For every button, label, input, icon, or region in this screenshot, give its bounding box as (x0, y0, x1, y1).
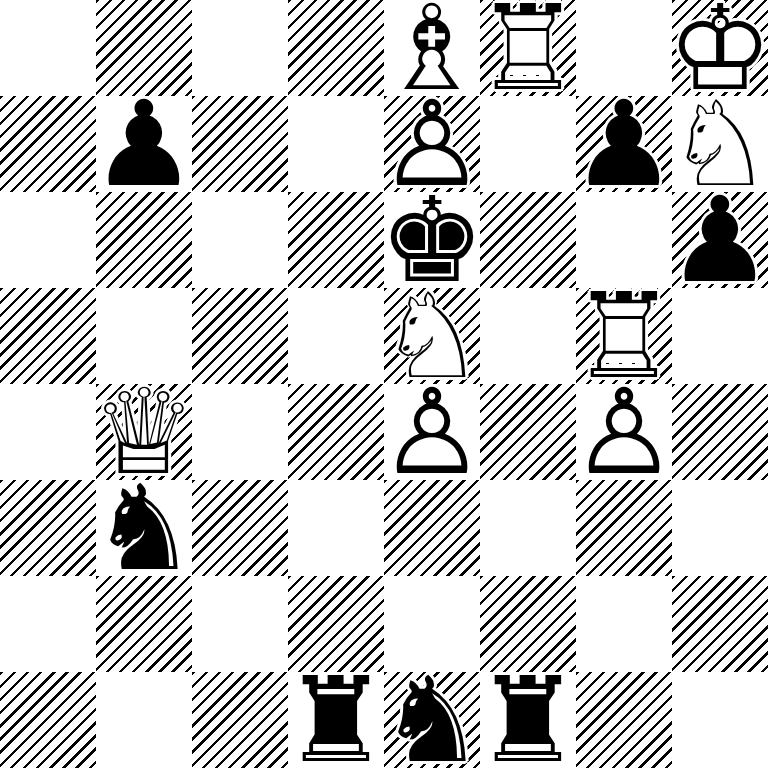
square-d3[interactable] (288, 480, 384, 576)
square-g1[interactable] (576, 672, 672, 768)
square-h6[interactable]: ♟ (672, 192, 768, 288)
piece-black-knight[interactable]: ♞ (384, 672, 480, 768)
white-pawn-icon: ♙ (576, 384, 672, 480)
piece-white-pawn[interactable]: ♟♙ (576, 384, 672, 480)
square-b5[interactable] (96, 288, 192, 384)
piece-white-rook[interactable]: ♜♖ (480, 0, 576, 96)
square-g8[interactable] (576, 0, 672, 96)
square-g2[interactable] (576, 576, 672, 672)
white-rook-icon: ♖ (576, 288, 672, 384)
square-e3[interactable] (384, 480, 480, 576)
white-bishop-icon: ♗ (384, 0, 480, 96)
square-c5[interactable] (192, 288, 288, 384)
square-d5[interactable] (288, 288, 384, 384)
white-rook-icon: ♖ (480, 0, 576, 96)
square-h8[interactable]: ♚♔ (672, 0, 768, 96)
square-a7[interactable] (0, 96, 96, 192)
square-f7[interactable] (480, 96, 576, 192)
white-knight-icon: ♘ (672, 96, 768, 192)
square-g3[interactable] (576, 480, 672, 576)
square-e4[interactable]: ♟♙ (384, 384, 480, 480)
piece-black-pawn[interactable]: ♟ (96, 96, 192, 192)
piece-black-knight[interactable]: ♞ (96, 480, 192, 576)
piece-black-pawn[interactable]: ♟ (672, 192, 768, 288)
square-b7[interactable]: ♟ (96, 96, 192, 192)
square-h3[interactable] (672, 480, 768, 576)
square-e1[interactable]: ♞ (384, 672, 480, 768)
square-e7[interactable]: ♟♙ (384, 96, 480, 192)
square-a1[interactable] (0, 672, 96, 768)
square-a3[interactable] (0, 480, 96, 576)
square-c1[interactable] (192, 672, 288, 768)
square-c6[interactable] (192, 192, 288, 288)
square-a6[interactable] (0, 192, 96, 288)
square-b3[interactable]: ♞ (96, 480, 192, 576)
square-e2[interactable] (384, 576, 480, 672)
black-rook-icon: ♜ (480, 672, 576, 768)
square-a8[interactable] (0, 0, 96, 96)
piece-black-rook[interactable]: ♜ (288, 672, 384, 768)
black-knight-icon: ♞ (384, 672, 480, 768)
square-f2[interactable] (480, 576, 576, 672)
square-b1[interactable] (96, 672, 192, 768)
square-f1[interactable]: ♜ (480, 672, 576, 768)
piece-white-pawn[interactable]: ♟♙ (384, 96, 480, 192)
piece-white-knight[interactable]: ♞♘ (384, 288, 480, 384)
square-c7[interactable] (192, 96, 288, 192)
white-king-icon: ♔ (672, 0, 768, 96)
piece-black-pawn[interactable]: ♟ (576, 96, 672, 192)
piece-white-rook[interactable]: ♜♖ (576, 288, 672, 384)
square-f3[interactable] (480, 480, 576, 576)
square-g7[interactable]: ♟ (576, 96, 672, 192)
square-f5[interactable] (480, 288, 576, 384)
square-g4[interactable]: ♟♙ (576, 384, 672, 480)
square-b2[interactable] (96, 576, 192, 672)
piece-black-king[interactable]: ♚ (384, 192, 480, 288)
square-f6[interactable] (480, 192, 576, 288)
piece-white-pawn[interactable]: ♟♙ (384, 384, 480, 480)
square-b8[interactable] (96, 0, 192, 96)
piece-white-king[interactable]: ♚♔ (672, 0, 768, 96)
square-c2[interactable] (192, 576, 288, 672)
square-d8[interactable] (288, 0, 384, 96)
square-h7[interactable]: ♞♘ (672, 96, 768, 192)
square-h1[interactable] (672, 672, 768, 768)
square-d2[interactable] (288, 576, 384, 672)
square-g5[interactable]: ♜♖ (576, 288, 672, 384)
black-king-icon: ♚ (384, 192, 480, 288)
square-f4[interactable] (480, 384, 576, 480)
square-a2[interactable] (0, 576, 96, 672)
black-pawn-icon: ♟ (96, 96, 192, 192)
piece-black-rook[interactable]: ♜ (480, 672, 576, 768)
white-knight-icon: ♘ (384, 288, 480, 384)
square-f8[interactable]: ♜♖ (480, 0, 576, 96)
square-e5[interactable]: ♞♘ (384, 288, 480, 384)
square-d4[interactable] (288, 384, 384, 480)
white-pawn-icon: ♙ (384, 384, 480, 480)
square-c3[interactable] (192, 480, 288, 576)
square-a4[interactable] (0, 384, 96, 480)
black-knight-icon: ♞ (96, 480, 192, 576)
piece-white-queen[interactable]: ♛♕ (96, 384, 192, 480)
square-d6[interactable] (288, 192, 384, 288)
white-queen-icon: ♕ (96, 384, 192, 480)
black-pawn-icon: ♟ (576, 96, 672, 192)
square-c4[interactable] (192, 384, 288, 480)
black-rook-icon: ♜ (288, 672, 384, 768)
square-e8[interactable]: ♝♗ (384, 0, 480, 96)
piece-white-bishop[interactable]: ♝♗ (384, 0, 480, 96)
square-d7[interactable] (288, 96, 384, 192)
square-d1[interactable]: ♜ (288, 672, 384, 768)
square-b4[interactable]: ♛♕ (96, 384, 192, 480)
black-pawn-icon: ♟ (672, 192, 768, 288)
square-h2[interactable] (672, 576, 768, 672)
square-b6[interactable] (96, 192, 192, 288)
square-c8[interactable] (192, 0, 288, 96)
square-h4[interactable] (672, 384, 768, 480)
square-a5[interactable] (0, 288, 96, 384)
square-h5[interactable] (672, 288, 768, 384)
white-pawn-icon: ♙ (384, 96, 480, 192)
piece-white-knight[interactable]: ♞♘ (672, 96, 768, 192)
square-e6[interactable]: ♚ (384, 192, 480, 288)
chess-board: ♝♗♜♖♚♔♟♟♙♟♞♘♚♟♞♘♜♖♛♕♟♙♟♙♞♜♞♜ (0, 0, 768, 768)
square-g6[interactable] (576, 192, 672, 288)
